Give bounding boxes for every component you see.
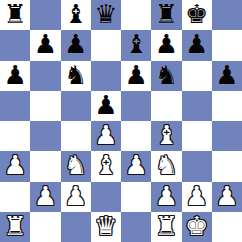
square-c1[interactable] [61, 212, 91, 242]
square-a4[interactable] [0, 121, 30, 151]
square-e3[interactable]: ♟ [121, 151, 151, 181]
square-c8[interactable]: ♝ [61, 0, 91, 30]
square-d6[interactable] [91, 61, 121, 91]
piece-black-pawn[interactable]: ♟ [124, 62, 147, 88]
square-g5[interactable] [182, 91, 212, 121]
square-h6[interactable]: ♟ [212, 61, 242, 91]
square-e4[interactable] [121, 121, 151, 151]
square-g7[interactable]: ♟ [182, 30, 212, 60]
piece-black-pawn[interactable]: ♟ [155, 31, 178, 57]
piece-black-rook[interactable]: ♜ [3, 1, 26, 27]
square-f6[interactable]: ♞ [151, 61, 181, 91]
square-f4[interactable]: ♝ [151, 121, 181, 151]
square-h3[interactable] [212, 151, 242, 181]
square-d5[interactable]: ♟ [91, 91, 121, 121]
piece-white-knight[interactable]: ♞ [64, 152, 87, 178]
piece-black-pawn[interactable]: ♟ [94, 92, 117, 118]
square-c5[interactable] [61, 91, 91, 121]
piece-black-pawn[interactable]: ♟ [3, 62, 26, 88]
piece-white-king[interactable]: ♚ [185, 213, 208, 239]
piece-black-pawn[interactable]: ♟ [185, 31, 208, 57]
square-b1[interactable] [30, 212, 60, 242]
piece-black-pawn[interactable]: ♟ [34, 31, 57, 57]
square-c4[interactable] [61, 121, 91, 151]
piece-white-bishop[interactable]: ♝ [94, 152, 117, 178]
piece-white-pawn[interactable]: ♟ [94, 122, 117, 148]
square-d7[interactable] [91, 30, 121, 60]
square-g4[interactable] [182, 121, 212, 151]
square-e5[interactable] [121, 91, 151, 121]
piece-white-pawn[interactable]: ♟ [3, 152, 26, 178]
piece-white-pawn[interactable]: ♟ [215, 183, 238, 209]
square-g1[interactable]: ♚ [182, 212, 212, 242]
square-a8[interactable]: ♜ [0, 0, 30, 30]
square-h7[interactable] [212, 30, 242, 60]
piece-black-knight[interactable]: ♞ [64, 62, 87, 88]
square-e8[interactable] [121, 0, 151, 30]
square-b7[interactable]: ♟ [30, 30, 60, 60]
square-g8[interactable]: ♚ [182, 0, 212, 30]
piece-white-knight[interactable]: ♞ [155, 152, 178, 178]
piece-white-pawn[interactable]: ♟ [64, 183, 87, 209]
square-h1[interactable] [212, 212, 242, 242]
piece-black-pawn[interactable]: ♟ [64, 31, 87, 57]
square-d8[interactable]: ♛ [91, 0, 121, 30]
piece-white-pawn[interactable]: ♟ [124, 152, 147, 178]
square-a6[interactable]: ♟ [0, 61, 30, 91]
piece-black-pawn[interactable]: ♟ [215, 62, 238, 88]
square-b2[interactable]: ♟ [30, 182, 60, 212]
piece-black-king[interactable]: ♚ [185, 1, 208, 27]
square-c7[interactable]: ♟ [61, 30, 91, 60]
square-a7[interactable] [0, 30, 30, 60]
piece-white-rook[interactable]: ♜ [155, 213, 178, 239]
piece-white-pawn[interactable]: ♟ [155, 183, 178, 209]
square-g3[interactable] [182, 151, 212, 181]
square-h8[interactable] [212, 0, 242, 30]
piece-white-pawn[interactable]: ♟ [34, 183, 57, 209]
square-b5[interactable] [30, 91, 60, 121]
piece-black-rook[interactable]: ♜ [155, 1, 178, 27]
square-b3[interactable] [30, 151, 60, 181]
square-g6[interactable] [182, 61, 212, 91]
square-f7[interactable]: ♟ [151, 30, 181, 60]
square-f2[interactable]: ♟ [151, 182, 181, 212]
piece-black-bishop[interactable]: ♝ [64, 1, 87, 27]
square-e1[interactable] [121, 212, 151, 242]
square-a3[interactable]: ♟ [0, 151, 30, 181]
square-f5[interactable] [151, 91, 181, 121]
chess-board: ♜♝♛♜♚♟♟♝♟♟♟♞♟♞♟♟♟♝♟♞♝♟♞♟♟♟♟♟♜♛♜♚ [0, 0, 242, 242]
square-d1[interactable]: ♛ [91, 212, 121, 242]
square-g2[interactable]: ♟ [182, 182, 212, 212]
square-b6[interactable] [30, 61, 60, 91]
piece-black-bishop[interactable]: ♝ [124, 31, 147, 57]
piece-black-queen[interactable]: ♛ [94, 1, 117, 27]
square-h5[interactable] [212, 91, 242, 121]
square-h4[interactable] [212, 121, 242, 151]
square-f1[interactable]: ♜ [151, 212, 181, 242]
square-d3[interactable]: ♝ [91, 151, 121, 181]
square-a5[interactable] [0, 91, 30, 121]
square-f3[interactable]: ♞ [151, 151, 181, 181]
square-d2[interactable] [91, 182, 121, 212]
piece-white-queen[interactable]: ♛ [94, 213, 117, 239]
square-h2[interactable]: ♟ [212, 182, 242, 212]
square-a2[interactable] [0, 182, 30, 212]
piece-white-rook[interactable]: ♜ [3, 213, 26, 239]
piece-white-pawn[interactable]: ♟ [185, 183, 208, 209]
square-a1[interactable]: ♜ [0, 212, 30, 242]
square-c2[interactable]: ♟ [61, 182, 91, 212]
piece-white-bishop[interactable]: ♝ [155, 122, 178, 148]
piece-black-knight[interactable]: ♞ [155, 62, 178, 88]
square-e7[interactable]: ♝ [121, 30, 151, 60]
square-c3[interactable]: ♞ [61, 151, 91, 181]
square-e6[interactable]: ♟ [121, 61, 151, 91]
square-f8[interactable]: ♜ [151, 0, 181, 30]
square-b8[interactable] [30, 0, 60, 30]
square-c6[interactable]: ♞ [61, 61, 91, 91]
square-e2[interactable] [121, 182, 151, 212]
square-d4[interactable]: ♟ [91, 121, 121, 151]
square-b4[interactable] [30, 121, 60, 151]
